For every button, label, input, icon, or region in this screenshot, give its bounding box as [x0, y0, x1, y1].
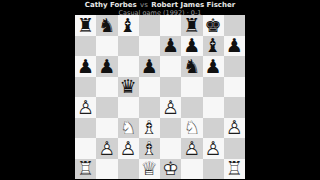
square-b2: ♟♙	[96, 138, 117, 159]
square-a5	[75, 77, 96, 98]
black-pawn: ♟	[203, 56, 224, 77]
square-c7	[118, 36, 139, 57]
white-rook-fill: ♜	[224, 159, 245, 180]
white-pawn-fill: ♟	[181, 138, 202, 159]
game-header: Cathy Forbes vs Robert James Fischer Cas…	[0, 0, 320, 15]
white-pawn-fill: ♟	[75, 97, 96, 118]
square-g6: ♟	[203, 56, 224, 77]
square-e5	[160, 77, 181, 98]
square-e1: ♚♔	[160, 159, 181, 180]
square-c1	[118, 159, 139, 180]
square-b7	[96, 36, 117, 57]
white-bishop: ♗	[139, 138, 160, 159]
square-e2	[160, 138, 181, 159]
square-h8	[224, 15, 245, 36]
square-b4	[96, 97, 117, 118]
square-g4	[203, 97, 224, 118]
square-b5	[96, 77, 117, 98]
square-g8: ♚	[203, 15, 224, 36]
white-bishop-fill: ♝	[139, 118, 160, 139]
black-rook: ♜	[75, 15, 96, 36]
white-player-name: Cathy Forbes	[85, 1, 137, 9]
white-pawn-fill: ♟	[118, 138, 139, 159]
square-h6	[224, 56, 245, 77]
players-title: Cathy Forbes vs Robert James Fischer	[0, 2, 320, 9]
white-pawn: ♙	[75, 97, 96, 118]
square-f2: ♟♙	[181, 138, 202, 159]
white-pawn: ♙	[160, 97, 181, 118]
white-knight: ♘	[181, 118, 202, 139]
square-d2: ♝♗	[139, 138, 160, 159]
white-pawn: ♙	[118, 138, 139, 159]
white-pawn: ♙	[96, 138, 117, 159]
chess-board: ♜♞♝♜♚♟♟♝♟♟♟♟♞♟♛♟♙♟♙♞♘♝♗♞♘♟♙♟♙♟♙♝♗♟♙♟♙♜♖♛…	[75, 15, 245, 179]
black-bishop: ♝	[203, 36, 224, 57]
black-player-name: Robert James Fischer	[151, 1, 235, 9]
white-king-fill: ♚	[160, 159, 181, 180]
chess-game-thumbnail: Cathy Forbes vs Robert James Fischer Cas…	[0, 0, 320, 180]
black-knight: ♞	[181, 56, 202, 77]
white-pawn-fill: ♟	[160, 97, 181, 118]
square-f7: ♟	[181, 36, 202, 57]
black-rook: ♜	[181, 15, 202, 36]
square-h1: ♜♖	[224, 159, 245, 180]
square-c8: ♝	[118, 15, 139, 36]
black-pawn: ♟	[75, 56, 96, 77]
white-knight: ♘	[118, 118, 139, 139]
square-b6: ♟	[96, 56, 117, 77]
white-pawn-fill: ♟	[96, 138, 117, 159]
square-a7	[75, 36, 96, 57]
square-g3	[203, 118, 224, 139]
square-d8	[139, 15, 160, 36]
square-e3	[160, 118, 181, 139]
white-knight-fill: ♞	[181, 118, 202, 139]
square-d5	[139, 77, 160, 98]
square-g1	[203, 159, 224, 180]
square-c6	[118, 56, 139, 77]
square-f4	[181, 97, 202, 118]
square-c3: ♞♘	[118, 118, 139, 139]
black-pawn: ♟	[181, 36, 202, 57]
black-king: ♚	[203, 15, 224, 36]
square-f3: ♞♘	[181, 118, 202, 139]
white-rook: ♖	[75, 159, 96, 180]
square-d4	[139, 97, 160, 118]
white-bishop-fill: ♝	[139, 138, 160, 159]
square-d3: ♝♗	[139, 118, 160, 139]
black-pawn: ♟	[160, 36, 181, 57]
square-b3	[96, 118, 117, 139]
white-rook: ♖	[224, 159, 245, 180]
vs-label: vs	[139, 1, 149, 9]
square-d7	[139, 36, 160, 57]
black-knight: ♞	[96, 15, 117, 36]
square-g5	[203, 77, 224, 98]
black-pawn: ♟	[224, 36, 245, 57]
square-b1	[96, 159, 117, 180]
square-e8	[160, 15, 181, 36]
white-pawn: ♙	[181, 138, 202, 159]
square-a8: ♜	[75, 15, 96, 36]
square-a3	[75, 118, 96, 139]
square-e7: ♟	[160, 36, 181, 57]
square-g2: ♟♙	[203, 138, 224, 159]
white-rook-fill: ♜	[75, 159, 96, 180]
white-pawn-fill: ♟	[224, 118, 245, 139]
black-bishop: ♝	[118, 15, 139, 36]
square-h3: ♟♙	[224, 118, 245, 139]
square-h7: ♟	[224, 36, 245, 57]
square-a2	[75, 138, 96, 159]
square-b8: ♞	[96, 15, 117, 36]
square-c2: ♟♙	[118, 138, 139, 159]
square-e6	[160, 56, 181, 77]
square-f6: ♞	[181, 56, 202, 77]
white-bishop: ♗	[139, 118, 160, 139]
white-queen: ♕	[139, 159, 160, 180]
square-g7: ♝	[203, 36, 224, 57]
square-d6: ♟	[139, 56, 160, 77]
square-a1: ♜♖	[75, 159, 96, 180]
white-king: ♔	[160, 159, 181, 180]
black-queen: ♛	[118, 77, 139, 98]
white-queen-fill: ♛	[139, 159, 160, 180]
square-c5: ♛	[118, 77, 139, 98]
square-h2	[224, 138, 245, 159]
black-pawn: ♟	[139, 56, 160, 77]
white-pawn: ♙	[203, 138, 224, 159]
square-h5	[224, 77, 245, 98]
black-pawn: ♟	[96, 56, 117, 77]
white-pawn: ♙	[224, 118, 245, 139]
square-e4: ♟♙	[160, 97, 181, 118]
square-f1	[181, 159, 202, 180]
square-c4	[118, 97, 139, 118]
square-f8: ♜	[181, 15, 202, 36]
square-d1: ♛♕	[139, 159, 160, 180]
square-a4: ♟♙	[75, 97, 96, 118]
square-h4	[224, 97, 245, 118]
square-a6: ♟	[75, 56, 96, 77]
white-knight-fill: ♞	[118, 118, 139, 139]
square-f5	[181, 77, 202, 98]
white-pawn-fill: ♟	[203, 138, 224, 159]
